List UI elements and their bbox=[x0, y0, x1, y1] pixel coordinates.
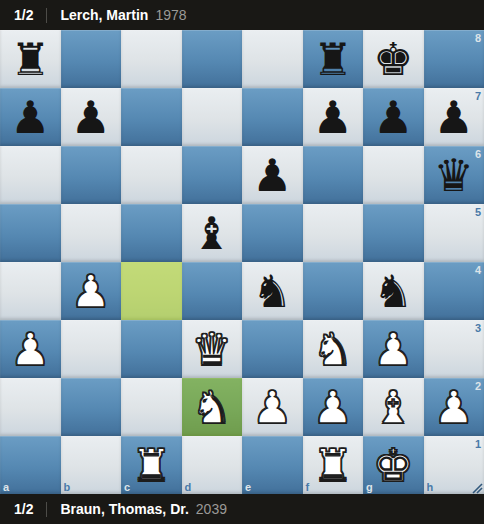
piece-black-pawn[interactable]: ♟ bbox=[0, 88, 61, 146]
piece-white-bishop[interactable]: ♝ bbox=[363, 378, 424, 436]
player-bar-bottom: 1/2 Braun, Thomas, Dr. 2039 bbox=[0, 494, 484, 524]
coord-rank-2: 2 bbox=[475, 380, 481, 392]
square-a6[interactable] bbox=[0, 146, 61, 204]
square-d5[interactable]: ♝ bbox=[182, 204, 243, 262]
player-name-top[interactable]: Lerch, Martin bbox=[60, 7, 148, 23]
square-a5[interactable] bbox=[0, 204, 61, 262]
piece-black-pawn[interactable]: ♟ bbox=[61, 88, 122, 146]
square-f6[interactable] bbox=[303, 146, 364, 204]
coord-file-f: f bbox=[306, 481, 310, 493]
square-g4[interactable]: ♞ bbox=[363, 262, 424, 320]
coord-file-g: g bbox=[366, 481, 373, 493]
square-g3[interactable]: ♟ bbox=[363, 320, 424, 378]
square-b6[interactable] bbox=[61, 146, 122, 204]
square-b7[interactable]: ♟ bbox=[61, 88, 122, 146]
square-f3[interactable]: ♞ bbox=[303, 320, 364, 378]
square-b8[interactable] bbox=[61, 30, 122, 88]
square-c5[interactable] bbox=[121, 204, 182, 262]
square-g8[interactable]: ♚ bbox=[363, 30, 424, 88]
square-e6[interactable]: ♟ bbox=[242, 146, 303, 204]
square-f2[interactable]: ♟ bbox=[303, 378, 364, 436]
piece-white-pawn[interactable]: ♟ bbox=[242, 378, 303, 436]
piece-black-pawn[interactable]: ♟ bbox=[303, 88, 364, 146]
game-window: 1/2 Lerch, Martin 1978 ♜♜♚8♟♟♟♟♟7♟♛6♝5♟♞… bbox=[0, 0, 484, 524]
coord-rank-6: 6 bbox=[475, 148, 481, 160]
square-b1[interactable]: b bbox=[61, 436, 122, 494]
square-h8[interactable]: 8 bbox=[424, 30, 484, 88]
square-a1[interactable]: a bbox=[0, 436, 61, 494]
square-b4[interactable]: ♟ bbox=[61, 262, 122, 320]
player-rating-top: 1978 bbox=[155, 7, 186, 23]
piece-white-rook[interactable]: ♜ bbox=[303, 436, 364, 494]
piece-black-pawn[interactable]: ♟ bbox=[363, 88, 424, 146]
square-h5[interactable]: 5 bbox=[424, 204, 484, 262]
square-d2[interactable]: ♞ bbox=[182, 378, 243, 436]
coord-file-d: d bbox=[185, 481, 192, 493]
square-e8[interactable] bbox=[242, 30, 303, 88]
board-resize-handle[interactable] bbox=[470, 480, 483, 493]
square-c2[interactable] bbox=[121, 378, 182, 436]
square-h3[interactable]: 3 bbox=[424, 320, 484, 378]
coord-rank-1: 1 bbox=[475, 438, 481, 450]
square-c8[interactable] bbox=[121, 30, 182, 88]
square-f1[interactable]: ♜f bbox=[303, 436, 364, 494]
square-c1[interactable]: ♜c bbox=[121, 436, 182, 494]
square-g2[interactable]: ♝ bbox=[363, 378, 424, 436]
square-f8[interactable]: ♜ bbox=[303, 30, 364, 88]
square-e4[interactable]: ♞ bbox=[242, 262, 303, 320]
result-bottom: 1/2 bbox=[14, 501, 33, 517]
square-f7[interactable]: ♟ bbox=[303, 88, 364, 146]
square-e3[interactable] bbox=[242, 320, 303, 378]
square-h4[interactable]: 4 bbox=[424, 262, 484, 320]
separator bbox=[46, 502, 47, 517]
square-a8[interactable]: ♜ bbox=[0, 30, 61, 88]
square-d7[interactable] bbox=[182, 88, 243, 146]
square-h6[interactable]: ♛6 bbox=[424, 146, 484, 204]
separator bbox=[46, 8, 47, 23]
coord-file-e: e bbox=[245, 481, 251, 493]
piece-black-rook[interactable]: ♜ bbox=[0, 30, 61, 88]
square-b5[interactable] bbox=[61, 204, 122, 262]
piece-white-pawn[interactable]: ♟ bbox=[303, 378, 364, 436]
square-b3[interactable] bbox=[61, 320, 122, 378]
piece-black-king[interactable]: ♚ bbox=[363, 30, 424, 88]
square-g6[interactable] bbox=[363, 146, 424, 204]
square-c3[interactable] bbox=[121, 320, 182, 378]
result-top: 1/2 bbox=[14, 7, 33, 23]
square-a4[interactable] bbox=[0, 262, 61, 320]
piece-black-bishop[interactable]: ♝ bbox=[182, 204, 243, 262]
piece-white-pawn[interactable]: ♟ bbox=[363, 320, 424, 378]
coord-file-b: b bbox=[64, 481, 71, 493]
coord-file-c: c bbox=[124, 481, 130, 493]
square-b2[interactable] bbox=[61, 378, 122, 436]
square-e2[interactable]: ♟ bbox=[242, 378, 303, 436]
player-name-bottom[interactable]: Braun, Thomas, Dr. bbox=[60, 501, 188, 517]
square-g1[interactable]: ♚g bbox=[363, 436, 424, 494]
square-a2[interactable] bbox=[0, 378, 61, 436]
square-g7[interactable]: ♟ bbox=[363, 88, 424, 146]
square-d4[interactable] bbox=[182, 262, 243, 320]
square-a3[interactable]: ♟ bbox=[0, 320, 61, 378]
piece-white-knight[interactable]: ♞ bbox=[182, 378, 243, 436]
square-e1[interactable]: e bbox=[242, 436, 303, 494]
square-d3[interactable]: ♛ bbox=[182, 320, 243, 378]
coord-rank-7: 7 bbox=[475, 90, 481, 102]
square-h2[interactable]: ♟2 bbox=[424, 378, 484, 436]
player-rating-bottom: 2039 bbox=[196, 501, 227, 517]
piece-white-pawn[interactable]: ♟ bbox=[0, 320, 61, 378]
piece-white-pawn[interactable]: ♟ bbox=[61, 262, 122, 320]
coord-rank-4: 4 bbox=[475, 264, 481, 276]
square-e5[interactable] bbox=[242, 204, 303, 262]
coord-file-h: h bbox=[427, 481, 434, 493]
coord-rank-5: 5 bbox=[475, 206, 481, 218]
square-c6[interactable] bbox=[121, 146, 182, 204]
chess-board[interactable]: ♜♜♚8♟♟♟♟♟7♟♛6♝5♟♞♞4♟♛♞♟3♞♟♟♝♟2ab♜cde♜f♚g… bbox=[0, 30, 484, 494]
square-a7[interactable]: ♟ bbox=[0, 88, 61, 146]
square-c4[interactable] bbox=[121, 262, 182, 320]
coord-rank-8: 8 bbox=[475, 32, 481, 44]
square-e7[interactable] bbox=[242, 88, 303, 146]
square-f4[interactable] bbox=[303, 262, 364, 320]
coord-rank-3: 3 bbox=[475, 322, 481, 334]
piece-white-knight[interactable]: ♞ bbox=[303, 320, 364, 378]
square-c7[interactable] bbox=[121, 88, 182, 146]
player-bar-top: 1/2 Lerch, Martin 1978 bbox=[0, 0, 484, 30]
square-d6[interactable] bbox=[182, 146, 243, 204]
piece-white-queen[interactable]: ♛ bbox=[182, 320, 243, 378]
piece-black-rook[interactable]: ♜ bbox=[303, 30, 364, 88]
square-d8[interactable] bbox=[182, 30, 243, 88]
square-d1[interactable]: d bbox=[182, 436, 243, 494]
piece-black-knight[interactable]: ♞ bbox=[363, 262, 424, 320]
piece-black-knight[interactable]: ♞ bbox=[242, 262, 303, 320]
square-f5[interactable] bbox=[303, 204, 364, 262]
coord-file-a: a bbox=[3, 481, 9, 493]
piece-black-pawn[interactable]: ♟ bbox=[242, 146, 303, 204]
square-h7[interactable]: ♟7 bbox=[424, 88, 484, 146]
square-g5[interactable] bbox=[363, 204, 424, 262]
